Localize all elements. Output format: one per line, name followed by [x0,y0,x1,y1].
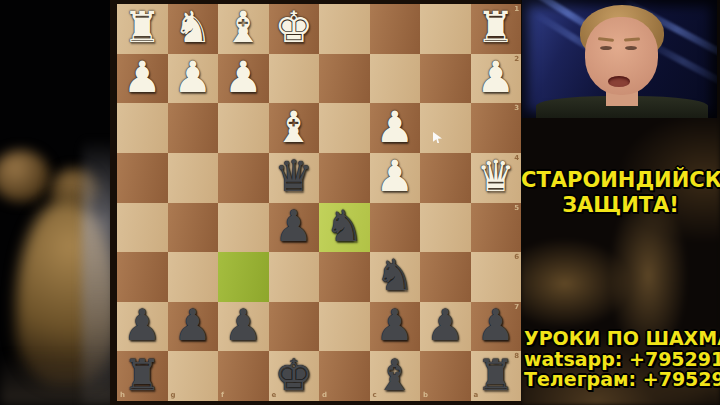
square-c6[interactable]: ♞ [370,252,421,302]
square-c2[interactable] [370,54,421,104]
piece-white-king[interactable]: ♚ [274,6,313,49]
piece-black-pawn[interactable]: ♟ [274,205,313,248]
rank-label: 3 [514,105,519,112]
square-f5[interactable] [218,203,269,253]
piece-black-pawn[interactable]: ♟ [476,304,515,347]
piece-black-pawn[interactable]: ♟ [173,304,212,347]
opening-title-line1: СТАРОИНДИЙСКАЯ [521,168,720,192]
piece-white-rook[interactable]: ♜ [123,6,162,49]
piece-white-bishop[interactable]: ♝ [274,106,313,149]
file-label: c [373,392,377,399]
square-d2[interactable] [319,54,370,104]
square-a1[interactable]: ♜1 [471,4,522,54]
piece-black-knight[interactable]: ♞ [375,254,414,297]
chess-board-frame: ♜♞♝♚♜1♟♟♟♟2♝♟3♛♟♛4♟♞5♞6♟♟♟♟♟♟7♜hgf♚ed♝cb… [110,0,523,405]
piece-white-pawn[interactable]: ♟ [224,56,263,99]
square-g5[interactable] [168,203,219,253]
square-f8[interactable]: f [218,351,269,401]
square-e6[interactable] [269,252,320,302]
piece-black-king[interactable]: ♚ [274,354,313,397]
file-label: h [120,392,125,399]
square-b3[interactable] [420,103,471,153]
rank-label: 8 [514,353,519,360]
file-label: a [474,392,479,399]
square-f6[interactable] [218,252,269,302]
square-h3[interactable] [117,103,168,153]
square-a4[interactable]: ♛4 [471,153,522,203]
square-g6[interactable] [168,252,219,302]
square-g3[interactable] [168,103,219,153]
rank-label: 6 [514,254,519,261]
square-h5[interactable] [117,203,168,253]
square-a8[interactable]: ♜8a [471,351,522,401]
square-d7[interactable] [319,302,370,352]
square-b7[interactable]: ♟ [420,302,471,352]
square-c7[interactable]: ♟ [370,302,421,352]
square-f1[interactable]: ♝ [218,4,269,54]
webcam-feed [522,0,717,118]
piece-black-pawn[interactable]: ♟ [123,304,162,347]
square-d3[interactable] [319,103,370,153]
piece-white-knight[interactable]: ♞ [173,6,212,49]
square-e7[interactable] [269,302,320,352]
rank-label: 1 [514,6,519,13]
piece-white-pawn[interactable]: ♟ [375,106,414,149]
blurred-pawn-top-icon [0,150,50,202]
square-c4[interactable]: ♟ [370,153,421,203]
opening-title: СТАРОИНДИЙСКАЯ ЗАЩИТА! [521,168,720,217]
right-panel: СТАРОИНДИЙСКАЯ ЗАЩИТА! УРОКИ ПО ШАХМАТАМ… [521,0,720,405]
file-label: f [221,392,224,399]
square-a6[interactable]: 6 [471,252,522,302]
piece-white-pawn[interactable]: ♟ [123,56,162,99]
stream-frame: ♜♞♝♚♜1♟♟♟♟2♝♟3♛♟♛4♟♞5♞6♟♟♟♟♟♟7♜hgf♚ed♝cb… [0,0,720,405]
square-f2[interactable]: ♟ [218,54,269,104]
square-h4[interactable] [117,153,168,203]
square-a7[interactable]: ♟7 [471,302,522,352]
background-left-photo [0,0,118,405]
square-b2[interactable] [420,54,471,104]
square-e2[interactable] [269,54,320,104]
square-b6[interactable] [420,252,471,302]
piece-white-rook[interactable]: ♜ [476,6,515,49]
square-d4[interactable] [319,153,370,203]
piece-white-pawn[interactable]: ♟ [476,56,515,99]
piece-black-knight[interactable]: ♞ [325,205,364,248]
piece-white-pawn[interactable]: ♟ [375,155,414,198]
square-g7[interactable]: ♟ [168,302,219,352]
square-f7[interactable]: ♟ [218,302,269,352]
square-d1[interactable] [319,4,370,54]
piece-black-rook[interactable]: ♜ [476,354,515,397]
telegram-number: Телеграм: +79529165957 [524,369,720,390]
piece-white-queen[interactable]: ♛ [476,155,515,198]
square-h8[interactable]: ♜h [117,351,168,401]
file-label: d [322,392,327,399]
piece-black-rook[interactable]: ♜ [123,354,162,397]
streamer-mouth [608,76,630,87]
square-g1[interactable]: ♞ [168,4,219,54]
piece-black-pawn[interactable]: ♟ [426,304,465,347]
square-b4[interactable] [420,153,471,203]
piece-black-queen[interactable]: ♛ [274,155,313,198]
square-a3[interactable]: 3 [471,103,522,153]
rank-label: 2 [514,56,519,63]
square-e8[interactable]: ♚e [269,351,320,401]
lessons-label: УРОКИ ПО ШАХМАТАМ: [524,328,720,349]
square-g4[interactable] [168,153,219,203]
square-a5[interactable]: 5 [471,203,522,253]
chess-board[interactable]: ♜♞♝♚♜1♟♟♟♟2♝♟3♛♟♛4♟♞5♞6♟♟♟♟♟♟7♜hgf♚ed♝cb… [117,4,521,401]
rank-label: 7 [514,304,519,311]
square-c3[interactable]: ♟ [370,103,421,153]
square-h7[interactable]: ♟ [117,302,168,352]
square-e5[interactable]: ♟ [269,203,320,253]
file-label: g [171,392,176,399]
piece-white-pawn[interactable]: ♟ [173,56,212,99]
rank-label: 5 [514,205,519,212]
opening-title-line2: ЗАЩИТА! [521,193,720,217]
square-e3[interactable]: ♝ [269,103,320,153]
file-label: e [272,392,277,399]
file-label: b [423,392,428,399]
piece-black-pawn[interactable]: ♟ [224,304,263,347]
whatsapp-number: watsapp: +79529165957 [524,349,720,370]
square-f4[interactable] [218,153,269,203]
square-d6[interactable] [319,252,370,302]
piece-white-bishop[interactable]: ♝ [224,6,263,49]
square-g8[interactable]: g [168,351,219,401]
square-d5[interactable]: ♞ [319,203,370,253]
square-d8[interactable]: d [319,351,370,401]
rank-label: 4 [514,155,519,162]
piece-black-bishop[interactable]: ♝ [375,354,414,397]
square-b8[interactable]: b [420,351,471,401]
square-g2[interactable]: ♟ [168,54,219,104]
square-e4[interactable]: ♛ [269,153,320,203]
square-c1[interactable] [370,4,421,54]
blurred-floor [0,353,118,405]
streamer-eye [625,46,637,50]
square-c8[interactable]: ♝c [370,351,421,401]
piece-black-pawn[interactable]: ♟ [375,304,414,347]
square-e1[interactable]: ♚ [269,4,320,54]
streamer-eye [600,46,612,50]
square-h2[interactable]: ♟ [117,54,168,104]
square-c5[interactable] [370,203,421,253]
square-b1[interactable] [420,4,471,54]
contact-info: УРОКИ ПО ШАХМАТАМ: watsapp: +79529165957… [524,328,720,390]
square-f3[interactable] [218,103,269,153]
square-a2[interactable]: ♟2 [471,54,522,104]
square-h6[interactable] [117,252,168,302]
square-b5[interactable] [420,203,471,253]
square-h1[interactable]: ♜ [117,4,168,54]
